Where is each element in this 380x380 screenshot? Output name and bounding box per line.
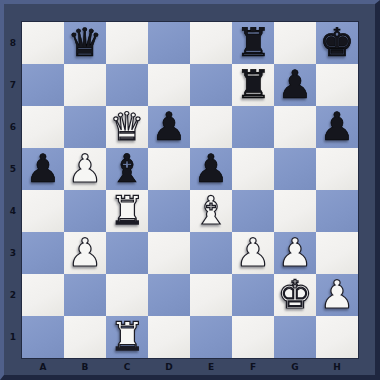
black-pawn-a5[interactable]: ♟ [26, 148, 61, 190]
rank-label-6: 6 [4, 106, 22, 148]
white-pawn-f3[interactable]: ♟ [236, 232, 271, 274]
black-bishop-c5[interactable]: ♝ [110, 148, 145, 190]
square-a1[interactable] [22, 316, 64, 358]
square-g7[interactable]: ♟ [274, 64, 316, 106]
square-h5[interactable] [316, 148, 358, 190]
square-f7[interactable]: ♜ [232, 64, 274, 106]
square-e8[interactable] [190, 22, 232, 64]
square-a5[interactable]: ♟ [22, 148, 64, 190]
square-d1[interactable] [148, 316, 190, 358]
file-labels: ABCDEFGH [22, 359, 358, 375]
square-h1[interactable] [316, 316, 358, 358]
square-g4[interactable] [274, 190, 316, 232]
square-c1[interactable]: ♜ [106, 316, 148, 358]
square-e1[interactable] [190, 316, 232, 358]
rank-label-7: 7 [4, 64, 22, 106]
square-d5[interactable] [148, 148, 190, 190]
square-g8[interactable] [274, 22, 316, 64]
square-e2[interactable] [190, 274, 232, 316]
square-h4[interactable] [316, 190, 358, 232]
square-f5[interactable] [232, 148, 274, 190]
square-g3[interactable]: ♟ [274, 232, 316, 274]
square-c7[interactable] [106, 64, 148, 106]
square-c4[interactable]: ♜ [106, 190, 148, 232]
square-h3[interactable] [316, 232, 358, 274]
square-d8[interactable] [148, 22, 190, 64]
file-label-c: C [106, 359, 148, 375]
black-rook-f8[interactable]: ♜ [236, 22, 271, 64]
rank-labels: 87654321 [4, 22, 22, 358]
square-b8[interactable]: ♛ [64, 22, 106, 64]
square-h7[interactable] [316, 64, 358, 106]
file-label-g: G [274, 359, 316, 375]
square-d6[interactable]: ♟ [148, 106, 190, 148]
white-king-g2[interactable]: ♚ [278, 274, 313, 316]
rank-label-8: 8 [4, 22, 22, 64]
square-a4[interactable] [22, 190, 64, 232]
square-b5[interactable]: ♟ [64, 148, 106, 190]
square-f2[interactable] [232, 274, 274, 316]
white-queen-c6[interactable]: ♛ [110, 106, 145, 148]
black-pawn-d6[interactable]: ♟ [152, 106, 187, 148]
square-f3[interactable]: ♟ [232, 232, 274, 274]
black-pawn-e5[interactable]: ♟ [194, 148, 229, 190]
square-f1[interactable] [232, 316, 274, 358]
white-bishop-e4[interactable]: ♝ [194, 190, 229, 232]
white-pawn-h2[interactable]: ♟ [320, 274, 355, 316]
square-g6[interactable] [274, 106, 316, 148]
black-rook-f7[interactable]: ♜ [236, 64, 271, 106]
file-label-a: A [22, 359, 64, 375]
rank-label-1: 1 [4, 316, 22, 358]
square-e3[interactable] [190, 232, 232, 274]
square-e5[interactable]: ♟ [190, 148, 232, 190]
square-e7[interactable] [190, 64, 232, 106]
white-rook-c1[interactable]: ♜ [110, 316, 145, 358]
square-d4[interactable] [148, 190, 190, 232]
black-pawn-g7[interactable]: ♟ [278, 64, 313, 106]
square-e6[interactable] [190, 106, 232, 148]
white-pawn-b3[interactable]: ♟ [68, 232, 103, 274]
square-c2[interactable] [106, 274, 148, 316]
black-queen-b8[interactable]: ♛ [68, 22, 103, 64]
file-label-f: F [232, 359, 274, 375]
file-label-d: D [148, 359, 190, 375]
square-a7[interactable] [22, 64, 64, 106]
square-c3[interactable] [106, 232, 148, 274]
square-d7[interactable] [148, 64, 190, 106]
square-c8[interactable] [106, 22, 148, 64]
square-e4[interactable]: ♝ [190, 190, 232, 232]
square-f6[interactable] [232, 106, 274, 148]
square-h2[interactable]: ♟ [316, 274, 358, 316]
square-c5[interactable]: ♝ [106, 148, 148, 190]
chess-board-frame: 87654321 ♛♜♚♜♟♛♟♟♟♟♝♟♜♝♟♟♟♚♟♜ ABCDEFGH [0, 0, 380, 380]
square-a2[interactable] [22, 274, 64, 316]
square-a3[interactable] [22, 232, 64, 274]
square-f4[interactable] [232, 190, 274, 232]
square-c6[interactable]: ♛ [106, 106, 148, 148]
square-a8[interactable] [22, 22, 64, 64]
square-g2[interactable]: ♚ [274, 274, 316, 316]
rank-label-3: 3 [4, 232, 22, 274]
square-g1[interactable] [274, 316, 316, 358]
square-d2[interactable] [148, 274, 190, 316]
rank-label-2: 2 [4, 274, 22, 316]
square-h6[interactable]: ♟ [316, 106, 358, 148]
black-pawn-h6[interactable]: ♟ [320, 106, 355, 148]
file-label-e: E [190, 359, 232, 375]
rank-label-4: 4 [4, 190, 22, 232]
square-b2[interactable] [64, 274, 106, 316]
square-b3[interactable]: ♟ [64, 232, 106, 274]
rank-label-5: 5 [4, 148, 22, 190]
square-h8[interactable]: ♚ [316, 22, 358, 64]
square-b4[interactable] [64, 190, 106, 232]
square-g5[interactable] [274, 148, 316, 190]
white-pawn-b5[interactable]: ♟ [68, 148, 103, 190]
square-b6[interactable] [64, 106, 106, 148]
square-b7[interactable] [64, 64, 106, 106]
square-a6[interactable] [22, 106, 64, 148]
chess-board: ♛♜♚♜♟♛♟♟♟♟♝♟♜♝♟♟♟♚♟♜ [22, 22, 358, 358]
black-king-h8[interactable]: ♚ [320, 22, 355, 64]
white-pawn-g3[interactable]: ♟ [278, 232, 313, 274]
square-b1[interactable] [64, 316, 106, 358]
square-d3[interactable] [148, 232, 190, 274]
file-label-h: H [316, 359, 358, 375]
white-rook-c4[interactable]: ♜ [110, 190, 145, 232]
square-f8[interactable]: ♜ [232, 22, 274, 64]
file-label-b: B [64, 359, 106, 375]
